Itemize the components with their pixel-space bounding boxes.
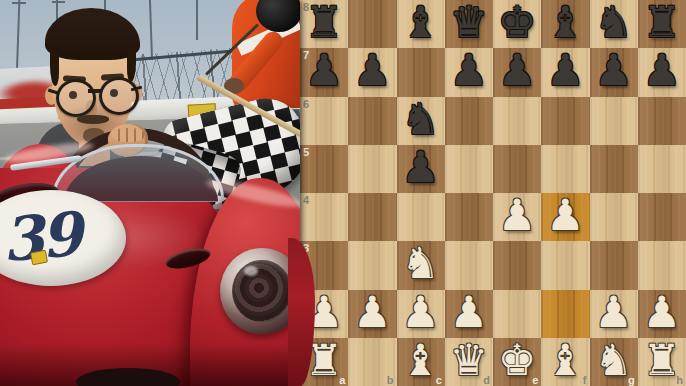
square-b6[interactable] [348,97,396,145]
white-pawn-h2[interactable]: ♟ [643,289,682,335]
square-h1[interactable]: h♜ [638,338,686,386]
white-knight-c3[interactable]: ♞ [401,240,440,286]
black-pawn-g7[interactable]: ♟ [594,47,633,93]
black-pawn-a7[interactable]: ♟ [305,47,344,93]
square-e2[interactable] [493,290,541,338]
white-bishop-c1[interactable]: ♝ [401,337,440,383]
square-h4[interactable] [638,193,686,241]
square-c5[interactable]: ♟ [397,145,445,193]
square-c6[interactable]: ♞ [397,97,445,145]
black-bishop-f8[interactable]: ♝ [546,0,585,45]
black-knight-g8[interactable]: ♞ [594,0,633,45]
square-f5[interactable] [541,145,589,193]
white-pawn-f4[interactable]: ♟ [546,192,585,238]
white-knight-g1[interactable]: ♞ [594,337,633,383]
square-h3[interactable] [638,241,686,289]
square-c2[interactable]: ♟ [397,290,445,338]
square-e6[interactable] [493,97,541,145]
headlight-lens [232,260,292,322]
square-h6[interactable] [638,97,686,145]
square-f8[interactable]: ♝ [541,0,589,48]
thumbnail-stage: ET [0,0,686,386]
square-c7[interactable] [397,48,445,96]
square-c8[interactable]: ♝ [397,0,445,48]
square-g4[interactable] [590,193,638,241]
square-b7[interactable]: ♟ [348,48,396,96]
square-f3[interactable] [541,241,589,289]
white-bishop-f1[interactable]: ♝ [546,337,585,383]
square-e8[interactable]: ♚ [493,0,541,48]
driver-fingers [112,128,144,142]
headlight-glint [244,266,258,276]
square-a8[interactable]: 8♜ [300,0,348,48]
light-pole-top [52,1,65,3]
square-d2[interactable]: ♟ [445,290,493,338]
black-pawn-b7[interactable]: ♟ [353,47,392,93]
square-c1[interactable]: c♝ [397,338,445,386]
white-pawn-d2[interactable]: ♟ [450,289,489,335]
square-b1[interactable]: b [348,338,396,386]
rank-label-5: 5 [303,146,309,158]
black-bishop-c8[interactable]: ♝ [401,0,440,45]
square-f6[interactable] [541,97,589,145]
square-c4[interactable] [397,193,445,241]
square-b8[interactable] [348,0,396,48]
square-e7[interactable]: ♟ [493,48,541,96]
white-king-e1[interactable]: ♚ [498,337,537,383]
square-d1[interactable]: d♛ [445,338,493,386]
square-g2[interactable]: ♟ [590,290,638,338]
square-b4[interactable] [348,193,396,241]
square-d8[interactable]: ♛ [445,0,493,48]
chess-board[interactable]: 8♜♝♛♚♝♞♜7♟♟♟♟♟♟♟6♞5♟4♟♟3♞2♟♟♟♟♟♟1a♜bc♝d♛… [300,0,686,386]
square-g6[interactable] [590,97,638,145]
square-e5[interactable] [493,145,541,193]
car-number: 39 [0,193,83,281]
square-a6[interactable]: 6 [300,97,348,145]
square-e4[interactable]: ♟ [493,193,541,241]
rank-label-6: 6 [303,98,309,110]
square-a7[interactable]: 7♟ [300,48,348,96]
square-h5[interactable] [638,145,686,193]
square-g3[interactable] [590,241,638,289]
square-a5[interactable]: 5 [300,145,348,193]
black-pawn-e7[interactable]: ♟ [498,47,537,93]
square-d5[interactable] [445,145,493,193]
mustache [77,115,109,124]
car-badge [30,250,48,266]
square-g8[interactable]: ♞ [590,0,638,48]
black-pawn-h7[interactable]: ♟ [643,47,682,93]
white-rook-h1[interactable]: ♜ [643,337,682,383]
square-c3[interactable]: ♞ [397,241,445,289]
square-g7[interactable]: ♟ [590,48,638,96]
white-pawn-e4[interactable]: ♟ [498,192,537,238]
square-g5[interactable] [590,145,638,193]
square-a4[interactable]: 4 [300,193,348,241]
white-pawn-c2[interactable]: ♟ [401,289,440,335]
square-f1[interactable]: f♝ [541,338,589,386]
square-d7[interactable]: ♟ [445,48,493,96]
square-h2[interactable]: ♟ [638,290,686,338]
black-pawn-d7[interactable]: ♟ [450,47,489,93]
sideburn [50,52,59,86]
square-g1[interactable]: g♞ [590,338,638,386]
black-pawn-c5[interactable]: ♟ [401,144,440,190]
square-d3[interactable] [445,241,493,289]
square-d4[interactable] [445,193,493,241]
black-king-e8[interactable]: ♚ [498,0,537,45]
file-label-b: b [387,374,394,386]
square-d6[interactable] [445,97,493,145]
square-f2[interactable] [541,290,589,338]
square-h7[interactable]: ♟ [638,48,686,96]
race-photo: ET [0,0,300,386]
black-rook-a8[interactable]: ♜ [305,0,344,45]
light-pole [196,0,198,40]
white-queen-d1[interactable]: ♛ [450,337,489,383]
square-h8[interactable]: ♜ [638,0,686,48]
square-b5[interactable] [348,145,396,193]
square-b2[interactable]: ♟ [348,290,396,338]
black-knight-c6[interactable]: ♞ [401,96,440,142]
light-pole-top [12,2,26,4]
white-pawn-g2[interactable]: ♟ [594,289,633,335]
square-f4[interactable]: ♟ [541,193,589,241]
glasses-bridge [88,89,101,93]
black-pawn-f7[interactable]: ♟ [546,47,585,93]
square-e3[interactable] [493,241,541,289]
rank-label-4: 4 [303,194,309,206]
black-rook-h8[interactable]: ♜ [643,0,682,45]
square-b3[interactable] [348,241,396,289]
square-f7[interactable]: ♟ [541,48,589,96]
square-e1[interactable]: e♚ [493,338,541,386]
glasses-right-lens [99,77,139,115]
glasses-left-lens [56,79,96,117]
white-pawn-b2[interactable]: ♟ [353,289,392,335]
black-queen-d8[interactable]: ♛ [450,0,489,45]
